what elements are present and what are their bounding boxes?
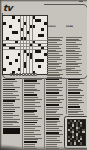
clue-text-line <box>47 66 61 67</box>
clue-section-black-bar <box>46 132 59 134</box>
clue-section-black-bar <box>24 94 37 96</box>
page-title: tv puzzle. <box>3 2 46 14</box>
clue-text-line <box>24 106 41 107</box>
clue-text-line <box>46 116 60 117</box>
clue-text-line <box>46 81 60 82</box>
clue-text-line <box>66 55 82 56</box>
clue-section-black-bar <box>24 80 37 82</box>
clue-text-line <box>47 75 60 76</box>
clue-text-line <box>46 107 63 108</box>
clue-section-black-bar <box>68 92 80 94</box>
clue-text-line <box>46 144 57 145</box>
clue-text-line <box>68 90 83 91</box>
clue-text-line <box>24 132 34 133</box>
clue-text-line <box>66 72 79 73</box>
bottom-clue-column-3 <box>46 79 65 150</box>
bonus-circle[interactable] <box>16 73 19 76</box>
clue-text-line <box>68 97 82 98</box>
down-header: DOWN <box>66 25 73 27</box>
clue-text-line <box>46 90 62 91</box>
clue-text-line <box>3 124 14 125</box>
clue-text-line <box>3 81 17 82</box>
clue-text-line <box>47 42 57 43</box>
clue-text-line <box>68 102 84 103</box>
clue-text-line <box>68 83 84 84</box>
clue-text-line <box>24 90 40 91</box>
clue-text-line <box>46 111 57 112</box>
bonus-answer-circles <box>10 73 37 76</box>
clue-text-line <box>66 42 76 43</box>
clue-text-line <box>24 108 35 109</box>
clue-text-line <box>3 119 21 120</box>
clue-text-line <box>24 79 42 80</box>
clue-section-black-bar <box>3 79 16 81</box>
clue-text-line <box>46 124 57 125</box>
clue-column-across: ACROSS <box>47 16 64 85</box>
clue-text-line <box>66 51 81 52</box>
clue-text-line <box>3 121 17 122</box>
clue-text-line <box>47 44 62 45</box>
clue-text-line <box>3 122 19 123</box>
solution-cell <box>82 142 84 144</box>
clue-text-line <box>3 109 16 110</box>
clue-text-line <box>47 63 62 64</box>
clue-text-line <box>24 87 35 88</box>
clue-text-line <box>46 138 57 139</box>
clue-text-line <box>68 99 78 100</box>
clue-text-line <box>3 91 19 92</box>
scan-edge-left <box>0 0 2 150</box>
clue-text-line <box>24 138 42 139</box>
clue-section-black-bar <box>3 100 16 102</box>
clue-text-line <box>47 74 63 75</box>
clue-text-line <box>46 102 62 103</box>
clue-text-line <box>47 64 59 65</box>
clue-text-line <box>3 97 17 98</box>
clue-text-line <box>66 37 82 38</box>
clue-section-black-bar <box>46 118 59 120</box>
clue-text-line <box>3 85 14 86</box>
clue-text-line <box>24 130 40 131</box>
bonus-circle[interactable] <box>10 73 13 76</box>
clue-section-black-bar <box>46 104 59 106</box>
crossword-grid <box>2 15 48 75</box>
clue-text-line <box>68 111 83 112</box>
clue-text-line <box>46 83 62 84</box>
clue-text-line <box>47 51 62 52</box>
clue-section-black-bar <box>46 79 59 81</box>
clue-section-black-bar <box>3 128 21 134</box>
clue-text-line <box>46 136 60 137</box>
clue-text-line <box>46 121 60 122</box>
newspaper-puzzle-page: tv puzzle. ACROSS DOWN <box>0 0 90 150</box>
clue-text-line <box>3 117 14 118</box>
clue-text-line <box>66 59 81 60</box>
clue-text-line <box>47 40 62 41</box>
clue-text-line <box>47 50 56 51</box>
clue-text-line <box>66 44 82 45</box>
clue-text-line <box>47 37 63 38</box>
across-header: ACROSS <box>47 25 56 27</box>
previous-solution-grid <box>67 119 86 146</box>
clue-text-line <box>3 93 14 94</box>
clue-text-line <box>66 40 81 41</box>
clue-text-line <box>46 122 57 123</box>
clue-text-line <box>3 113 13 114</box>
clue-text-line <box>66 39 79 40</box>
clue-text-line <box>68 89 81 90</box>
bonus-circle[interactable] <box>34 73 37 76</box>
clue-text-line <box>24 83 40 84</box>
clue-text-line <box>24 100 35 101</box>
clue-text-line <box>47 55 63 56</box>
previous-solution-box <box>64 116 89 149</box>
clue-text-line <box>66 63 82 64</box>
clue-text-line <box>24 134 41 135</box>
clue-text-line <box>68 85 79 86</box>
clue-text-line <box>24 99 42 100</box>
bottom-clue-column-1 <box>3 79 22 136</box>
clue-text-line <box>47 57 60 58</box>
clue-text-line <box>24 104 35 105</box>
clue-text-line <box>66 50 75 51</box>
clue-text-line <box>66 57 79 58</box>
clue-text-line <box>46 99 64 100</box>
clue-text-line <box>47 39 60 40</box>
clue-text-line <box>47 46 59 47</box>
page-edge-right <box>87 0 90 150</box>
clue-section-black-bar <box>24 110 37 112</box>
clue-text-line <box>3 87 20 88</box>
clue-column-down: DOWN <box>66 16 83 76</box>
clue-text-line <box>24 114 35 115</box>
clue-text-line <box>3 105 14 106</box>
clue-text-line <box>68 81 82 82</box>
clue-text-line <box>66 74 82 75</box>
scan-corner-shadow <box>0 144 26 150</box>
clue-text-line <box>46 109 59 110</box>
clue-text-line <box>46 114 63 115</box>
clue-text-line <box>3 107 20 108</box>
clue-text-line <box>46 134 63 135</box>
clue-text-line <box>46 140 60 141</box>
clue-text-line <box>3 126 20 127</box>
bottom-clue-column-4 <box>68 79 86 117</box>
clue-text-line <box>47 59 62 60</box>
clue-text-line <box>46 112 56 113</box>
clue-text-line <box>68 100 82 101</box>
clue-text-line <box>68 95 84 96</box>
clue-text-line <box>24 118 42 119</box>
clue-text-line <box>24 97 38 98</box>
clue-section-black-bar <box>68 79 80 81</box>
clue-text-line <box>47 61 57 62</box>
clue-text-line <box>66 61 76 62</box>
frame-caption-line <box>56 69 71 70</box>
clue-text-line <box>46 95 63 96</box>
clue-text-line <box>46 142 62 143</box>
clue-text-line <box>24 136 35 137</box>
clue-text-line <box>66 48 80 49</box>
clue-section-black-bar <box>68 106 80 108</box>
clue-text-line <box>3 95 20 96</box>
clue-text-line <box>66 46 78 47</box>
clue-text-line <box>66 66 80 67</box>
clue-text-line <box>24 126 41 127</box>
clue-text-line <box>47 48 61 49</box>
clue-text-line <box>24 85 35 86</box>
clue-text-line <box>46 97 57 98</box>
clue-section-black-bar <box>46 92 59 94</box>
clue-text-line <box>24 128 35 129</box>
clue-text-line <box>24 124 35 125</box>
clue-text-line <box>46 87 63 88</box>
clue-text-line <box>3 115 20 116</box>
clue-text-line <box>24 102 40 103</box>
bottom-clue-column-2 <box>24 79 43 150</box>
scan-edge-top <box>0 0 90 2</box>
clue-text-line <box>46 126 63 127</box>
clue-text-line <box>3 99 21 100</box>
clue-section-black-bar <box>24 141 37 143</box>
clue-text-line <box>47 68 56 69</box>
clue-text-line <box>68 109 81 110</box>
clue-text-line <box>24 112 34 113</box>
clue-text-line <box>66 53 79 54</box>
clue-text-line <box>46 89 59 90</box>
clue-text-line <box>3 83 14 84</box>
clue-text-line <box>24 116 38 117</box>
clue-section-black-bar <box>3 89 16 91</box>
clue-text-line <box>47 53 59 54</box>
clue-text-line <box>47 72 59 73</box>
clue-text-line <box>68 87 78 88</box>
clue-text-line <box>24 120 38 121</box>
clue-text-line <box>24 139 38 140</box>
clue-text-line <box>46 85 57 86</box>
clue-text-line <box>24 92 34 93</box>
clue-text-line <box>3 103 14 104</box>
clue-text-line <box>68 104 79 105</box>
clue-text-line <box>68 112 78 113</box>
clue-text-line <box>46 128 59 129</box>
clue-text-line <box>24 89 37 90</box>
bonus-circle[interactable] <box>13 73 16 76</box>
clue-section-black-bar <box>24 122 37 124</box>
clue-text-line <box>46 130 62 131</box>
clue-text-line <box>66 64 78 65</box>
clue-section-black-bar <box>3 111 16 113</box>
clue-text-line <box>46 100 60 101</box>
